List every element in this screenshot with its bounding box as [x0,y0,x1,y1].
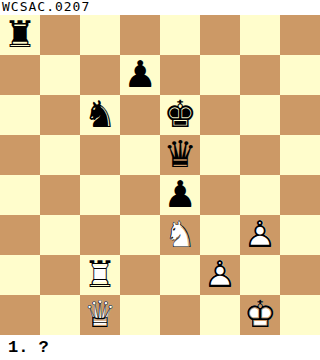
square-c1[interactable]: ♛♕ [80,295,120,335]
square-f6[interactable] [200,95,240,135]
square-g4[interactable] [240,175,280,215]
piece-outline-layer: ♙ [203,253,236,296]
move-prompt: 1. ? [0,335,320,360]
square-f3[interactable] [200,215,240,255]
square-c2[interactable]: ♜♖ [80,255,120,295]
square-a6[interactable] [0,95,40,135]
square-f4[interactable] [200,175,240,215]
black-pawn-d7[interactable]: ♟ [123,55,156,95]
black-king-e6[interactable]: ♚ [163,95,196,135]
square-e2[interactable] [160,255,200,295]
white-pawn-g3[interactable]: ♟♙ [243,215,276,255]
square-g5[interactable] [240,135,280,175]
square-d2[interactable] [120,255,160,295]
square-c8[interactable] [80,15,120,55]
white-queen-c1[interactable]: ♛♕ [83,295,116,335]
square-d5[interactable] [120,135,160,175]
square-a5[interactable] [0,135,40,175]
square-d7[interactable]: ♟ [120,55,160,95]
square-b8[interactable] [40,15,80,55]
square-a4[interactable] [0,175,40,215]
square-e1[interactable] [160,295,200,335]
square-h7[interactable] [280,55,320,95]
square-e7[interactable] [160,55,200,95]
white-pawn-f2[interactable]: ♟♙ [203,255,236,295]
square-g7[interactable] [240,55,280,95]
square-g8[interactable] [240,15,280,55]
black-knight-c6[interactable]: ♞ [83,95,116,135]
square-e8[interactable] [160,15,200,55]
square-h3[interactable] [280,215,320,255]
square-d6[interactable] [120,95,160,135]
square-b2[interactable] [40,255,80,295]
piece-outline-layer: ♖ [83,253,116,296]
square-h5[interactable] [280,135,320,175]
square-f2[interactable]: ♟♙ [200,255,240,295]
square-d8[interactable] [120,15,160,55]
square-h8[interactable] [280,15,320,55]
square-b3[interactable] [40,215,80,255]
white-knight-e3[interactable]: ♞♘ [163,215,196,255]
square-c4[interactable] [80,175,120,215]
square-g6[interactable] [240,95,280,135]
piece-outline-layer: ♕ [83,293,116,336]
square-f1[interactable] [200,295,240,335]
square-a1[interactable] [0,295,40,335]
square-g3[interactable]: ♟♙ [240,215,280,255]
square-b7[interactable] [40,55,80,95]
square-c7[interactable] [80,55,120,95]
black-pawn-e4[interactable]: ♟ [163,175,196,215]
square-d3[interactable] [120,215,160,255]
piece-outline-layer: ♘ [163,213,196,256]
square-a7[interactable] [0,55,40,95]
square-f8[interactable] [200,15,240,55]
square-h1[interactable] [280,295,320,335]
square-b6[interactable] [40,95,80,135]
square-f5[interactable] [200,135,240,175]
square-d1[interactable] [120,295,160,335]
white-king-g1[interactable]: ♚♔ [243,295,276,335]
square-c3[interactable] [80,215,120,255]
square-h2[interactable] [280,255,320,295]
square-a8[interactable]: ♜ [0,15,40,55]
chess-board: ♜♟♞♚♛♟♞♘♟♙♜♖♟♙♛♕♚♔ [0,15,320,335]
square-b4[interactable] [40,175,80,215]
square-e5[interactable]: ♛ [160,135,200,175]
puzzle-id: WCSAC.0207 [0,0,320,15]
square-a2[interactable] [0,255,40,295]
square-d4[interactable] [120,175,160,215]
square-g1[interactable]: ♚♔ [240,295,280,335]
square-c6[interactable]: ♞ [80,95,120,135]
black-rook-a8[interactable]: ♜ [3,15,36,55]
square-h6[interactable] [280,95,320,135]
piece-outline-layer: ♔ [243,293,276,336]
square-g2[interactable] [240,255,280,295]
square-e6[interactable]: ♚ [160,95,200,135]
black-queen-e5[interactable]: ♛ [163,135,196,175]
square-e4[interactable]: ♟ [160,175,200,215]
square-f7[interactable] [200,55,240,95]
white-rook-c2[interactable]: ♜♖ [83,255,116,295]
square-c5[interactable] [80,135,120,175]
square-h4[interactable] [280,175,320,215]
square-b5[interactable] [40,135,80,175]
square-e3[interactable]: ♞♘ [160,215,200,255]
square-a3[interactable] [0,215,40,255]
square-b1[interactable] [40,295,80,335]
piece-outline-layer: ♙ [243,213,276,256]
